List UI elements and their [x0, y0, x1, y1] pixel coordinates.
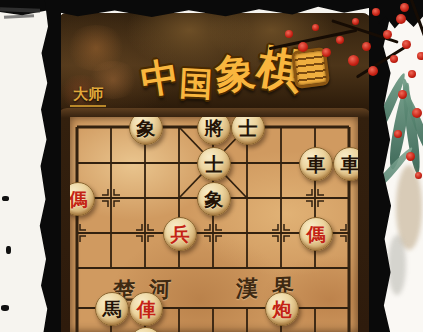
ink-speck — [2, 196, 9, 201]
piece-象[interactable]: 象 — [197, 182, 231, 216]
piece-label: 馬 — [103, 300, 122, 319]
piece-label: 將 — [205, 119, 224, 138]
player-rank-label: 大师 — [70, 85, 106, 107]
piece-label: 士 — [239, 119, 258, 138]
piece-label: 兵 — [171, 225, 190, 244]
piece-label: 傌 — [70, 190, 88, 209]
piece-車[interactable]: 車 — [299, 147, 333, 181]
piece-兵[interactable]: 兵 — [163, 217, 197, 251]
board-surface[interactable]: 楚河 漢界 象將士士車車傌象兵傌馬俥炮 — [70, 117, 358, 332]
screenshot-root: 中国象棋 大师 楚河 漢界 象將士士車車傌象兵傌馬俥炮 — [0, 0, 423, 332]
piece-label: 象 — [137, 119, 156, 138]
piece-label: 傌 — [307, 225, 326, 244]
piece-label: 車 — [341, 155, 359, 174]
piece-炮[interactable]: 炮 — [265, 292, 299, 326]
ink-speck — [6, 246, 11, 254]
piece-label: 俥 — [137, 300, 156, 319]
ink-brush-left-border — [36, 0, 61, 332]
piece-士[interactable]: 士 — [197, 147, 231, 181]
piece-label: 士 — [205, 155, 224, 174]
title-char: 中 — [137, 50, 183, 106]
board-frame: 楚河 漢界 象將士士車車傌象兵傌馬俥炮 — [57, 108, 372, 332]
piece-label: 車 — [307, 155, 326, 174]
piece-傌[interactable]: 傌 — [299, 217, 333, 251]
title-char: 国 — [178, 61, 213, 108]
title-char: 象 — [213, 44, 258, 102]
piece-俥[interactable]: 俥 — [129, 292, 163, 326]
piece-馬[interactable]: 馬 — [95, 292, 129, 326]
game-window: 中国象棋 大师 楚河 漢界 象將士士車車傌象兵傌馬俥炮 — [57, 13, 372, 332]
seal-icon[interactable] — [291, 47, 330, 89]
piece-label: 象 — [205, 190, 224, 209]
ink-sketch — [388, 235, 406, 295]
header-banner: 中国象棋 大师 — [57, 13, 372, 108]
ink-speck — [1, 305, 9, 311]
piece-label: 炮 — [273, 300, 292, 319]
ink-streak — [4, 14, 34, 19]
